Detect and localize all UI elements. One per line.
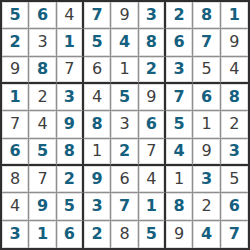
sudoku-cell-r7c2[interactable]: 7	[29, 166, 56, 193]
sudoku-cell-r1c3[interactable]: 4	[57, 2, 84, 29]
sudoku-cell-r3c7[interactable]: 3	[166, 57, 193, 84]
sudoku-cell-r8c3[interactable]: 5	[57, 193, 84, 220]
sudoku-cell-r3c8[interactable]: 5	[193, 57, 220, 84]
sudoku-cell-r4c3[interactable]: 3	[57, 84, 84, 111]
sudoku-cell-r5c6[interactable]: 6	[139, 111, 166, 138]
sudoku-cell-r9c4[interactable]: 2	[84, 221, 111, 248]
sudoku-cell-r9c5[interactable]: 8	[111, 221, 138, 248]
sudoku-cell-r6c2[interactable]: 5	[29, 139, 56, 166]
sudoku-cell-r6c6[interactable]: 7	[139, 139, 166, 166]
sudoku-cell-r7c3[interactable]: 2	[57, 166, 84, 193]
sudoku-cell-r4c5[interactable]: 5	[111, 84, 138, 111]
sudoku-cell-r7c8[interactable]: 3	[193, 166, 220, 193]
sudoku-cell-r7c7[interactable]: 1	[166, 166, 193, 193]
sudoku-cell-r3c9[interactable]: 4	[221, 57, 248, 84]
sudoku-cell-r9c2[interactable]: 1	[29, 221, 56, 248]
sudoku-cell-r9c7[interactable]: 9	[166, 221, 193, 248]
sudoku-cell-r5c7[interactable]: 5	[166, 111, 193, 138]
sudoku-cell-r2c3[interactable]: 1	[57, 29, 84, 56]
sudoku-cell-r3c1[interactable]: 9	[2, 57, 29, 84]
sudoku-board: 5647932812315486799876123541234597687498…	[0, 0, 250, 250]
sudoku-cell-r5c8[interactable]: 1	[193, 111, 220, 138]
sudoku-cell-r1c4[interactable]: 7	[84, 2, 111, 29]
sudoku-cell-r3c6[interactable]: 2	[139, 57, 166, 84]
sudoku-cell-r5c4[interactable]: 8	[84, 111, 111, 138]
sudoku-cell-r5c9[interactable]: 2	[221, 111, 248, 138]
sudoku-cell-r1c1[interactable]: 5	[2, 2, 29, 29]
sudoku-cell-r3c5[interactable]: 1	[111, 57, 138, 84]
sudoku-cell-r8c5[interactable]: 7	[111, 193, 138, 220]
sudoku-cell-r7c4[interactable]: 9	[84, 166, 111, 193]
sudoku-cell-r1c6[interactable]: 3	[139, 2, 166, 29]
sudoku-cell-r2c6[interactable]: 8	[139, 29, 166, 56]
sudoku-cell-r8c7[interactable]: 8	[166, 193, 193, 220]
sudoku-cell-r8c4[interactable]: 3	[84, 193, 111, 220]
sudoku-cell-r8c2[interactable]: 9	[29, 193, 56, 220]
sudoku-cell-r5c3[interactable]: 9	[57, 111, 84, 138]
sudoku-cell-r2c2[interactable]: 3	[29, 29, 56, 56]
sudoku-cell-r6c7[interactable]: 4	[166, 139, 193, 166]
sudoku-cell-r6c5[interactable]: 2	[111, 139, 138, 166]
sudoku-cell-r6c3[interactable]: 8	[57, 139, 84, 166]
sudoku-cell-r3c3[interactable]: 7	[57, 57, 84, 84]
sudoku-cell-r2c5[interactable]: 4	[111, 29, 138, 56]
sudoku-cell-r2c9[interactable]: 9	[221, 29, 248, 56]
sudoku-cell-r3c2[interactable]: 8	[29, 57, 56, 84]
sudoku-cell-r4c9[interactable]: 8	[221, 84, 248, 111]
sudoku-cell-r5c1[interactable]: 7	[2, 111, 29, 138]
sudoku-cell-r1c9[interactable]: 1	[221, 2, 248, 29]
sudoku-cell-r4c4[interactable]: 4	[84, 84, 111, 111]
sudoku-cell-r1c5[interactable]: 9	[111, 2, 138, 29]
sudoku-cell-r9c3[interactable]: 6	[57, 221, 84, 248]
sudoku-cell-r5c5[interactable]: 3	[111, 111, 138, 138]
sudoku-cell-r7c5[interactable]: 6	[111, 166, 138, 193]
sudoku-cell-r8c6[interactable]: 1	[139, 193, 166, 220]
sudoku-cell-r9c8[interactable]: 4	[193, 221, 220, 248]
sudoku-cell-r4c7[interactable]: 7	[166, 84, 193, 111]
sudoku-cell-r1c2[interactable]: 6	[29, 2, 56, 29]
sudoku-cell-r2c1[interactable]: 2	[2, 29, 29, 56]
sudoku-cell-r6c4[interactable]: 1	[84, 139, 111, 166]
sudoku-cell-r7c9[interactable]: 5	[221, 166, 248, 193]
sudoku-cell-r9c1[interactable]: 3	[2, 221, 29, 248]
sudoku-cell-r9c6[interactable]: 5	[139, 221, 166, 248]
sudoku-cell-r1c7[interactable]: 2	[166, 2, 193, 29]
sudoku-cell-r8c8[interactable]: 2	[193, 193, 220, 220]
sudoku-cell-r4c2[interactable]: 2	[29, 84, 56, 111]
sudoku-cell-r7c6[interactable]: 4	[139, 166, 166, 193]
sudoku-cell-r7c1[interactable]: 8	[2, 166, 29, 193]
sudoku-cell-r3c4[interactable]: 6	[84, 57, 111, 84]
sudoku-cell-r4c1[interactable]: 1	[2, 84, 29, 111]
sudoku-cell-r4c8[interactable]: 6	[193, 84, 220, 111]
sudoku-cell-r2c8[interactable]: 7	[193, 29, 220, 56]
sudoku-cell-r5c2[interactable]: 4	[29, 111, 56, 138]
sudoku-cell-r4c6[interactable]: 9	[139, 84, 166, 111]
sudoku-cell-r6c8[interactable]: 9	[193, 139, 220, 166]
sudoku-cell-r8c9[interactable]: 6	[221, 193, 248, 220]
sudoku-cell-r2c7[interactable]: 6	[166, 29, 193, 56]
sudoku-cell-r2c4[interactable]: 5	[84, 29, 111, 56]
sudoku-cell-r9c9[interactable]: 7	[221, 221, 248, 248]
sudoku-cell-r6c1[interactable]: 6	[2, 139, 29, 166]
sudoku-cell-r8c1[interactable]: 4	[2, 193, 29, 220]
sudoku-cell-r6c9[interactable]: 3	[221, 139, 248, 166]
sudoku-cell-r1c8[interactable]: 8	[193, 2, 220, 29]
